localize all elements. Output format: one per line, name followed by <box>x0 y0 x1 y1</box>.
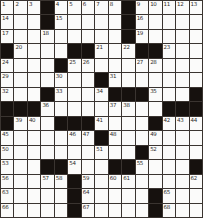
clue-number-25: 25 <box>69 59 75 65</box>
cell-r13c1[interactable]: 56 <box>1 175 13 188</box>
cell-r13c14[interactable] <box>176 175 188 188</box>
cell-r13c12[interactable] <box>149 175 161 188</box>
cell-r14c3[interactable] <box>28 189 40 202</box>
cell-r10c4[interactable] <box>41 131 53 144</box>
cell-r10c7[interactable]: 47 <box>82 131 94 144</box>
clue-number-38: 38 <box>123 102 129 108</box>
cell-r1c14[interactable]: 12 <box>176 1 188 14</box>
cell-r1c2[interactable]: 2 <box>14 1 26 14</box>
clue-number-9: 9 <box>137 1 140 7</box>
cell-r2c12[interactable] <box>149 15 161 28</box>
cell-r12c14[interactable] <box>176 160 188 173</box>
clue-number-11: 11 <box>164 1 170 7</box>
cell-r14c8[interactable] <box>95 189 107 202</box>
cell-r3c5[interactable] <box>55 30 67 43</box>
cell-r3c11[interactable]: 19 <box>136 30 148 43</box>
cell-r8c9[interactable]: 37 <box>109 102 121 115</box>
black-cell-r8c3 <box>28 102 40 115</box>
cell-r9c13[interactable]: 42 <box>163 117 175 130</box>
black-cell-r8c14 <box>176 102 188 115</box>
cell-r9c14[interactable]: 43 <box>176 117 188 130</box>
black-cell-r6c8 <box>95 73 107 86</box>
clue-number-56: 56 <box>2 175 8 181</box>
cell-r10c1[interactable]: 45 <box>1 131 13 144</box>
black-cell-r5c5 <box>55 59 67 72</box>
cell-r5c8[interactable] <box>95 59 107 72</box>
cell-r3c3[interactable] <box>28 30 40 43</box>
black-cell-r12c4 <box>41 160 53 173</box>
cell-r3c7[interactable] <box>82 30 94 43</box>
cell-r13c2[interactable] <box>14 175 26 188</box>
cell-r15c4[interactable] <box>41 204 53 217</box>
cell-r7c6[interactable] <box>68 88 80 101</box>
cell-r9c4[interactable] <box>41 117 53 130</box>
cell-r5c12[interactable]: 28 <box>149 59 161 72</box>
clue-number-41: 41 <box>96 117 102 123</box>
cell-r10c14[interactable] <box>176 131 188 144</box>
clue-number-59: 59 <box>83 175 89 181</box>
black-cell-r7c15 <box>190 88 202 101</box>
cell-r13c7[interactable]: 59 <box>82 175 94 188</box>
clue-number-57: 57 <box>42 175 48 181</box>
cell-r10c11[interactable] <box>136 131 148 144</box>
cell-r12c11[interactable]: 55 <box>136 160 148 173</box>
cell-r11c2[interactable] <box>14 146 26 159</box>
cell-r15c10[interactable] <box>122 204 134 217</box>
crossword-grid: 1234567891011121314151617181920212223242… <box>0 0 203 218</box>
clue-number-42: 42 <box>164 117 170 123</box>
cell-r6c10[interactable] <box>122 73 134 86</box>
clue-number-2: 2 <box>15 1 18 7</box>
cell-r6c9[interactable]: 31 <box>109 73 121 86</box>
clue-number-44: 44 <box>191 117 197 123</box>
black-cell-r8c1 <box>1 102 13 115</box>
cell-r6c7[interactable] <box>82 73 94 86</box>
cell-r2c13[interactable] <box>163 15 175 28</box>
cell-r6c2[interactable] <box>14 73 26 86</box>
cell-r10c13[interactable] <box>163 131 175 144</box>
cell-r11c4[interactable] <box>41 146 53 159</box>
cell-r15c3[interactable] <box>28 204 40 217</box>
clue-number-40: 40 <box>29 117 35 123</box>
clue-number-19: 19 <box>137 30 143 36</box>
cell-r7c14[interactable] <box>176 88 188 101</box>
cell-r8c11[interactable] <box>136 102 148 115</box>
cell-r8c10[interactable]: 38 <box>122 102 134 115</box>
cell-r7c1[interactable]: 32 <box>1 88 13 101</box>
black-cell-r9c1 <box>1 117 13 130</box>
cell-r9c11[interactable] <box>136 117 148 130</box>
black-cell-r15c6 <box>68 204 80 217</box>
cell-r8c8[interactable] <box>95 102 107 115</box>
clue-number-5: 5 <box>69 1 72 7</box>
clue-number-54: 54 <box>69 160 75 166</box>
black-cell-r1c10 <box>122 1 134 14</box>
black-cell-r9c7 <box>82 117 94 130</box>
cell-r15c1[interactable]: 66 <box>1 204 13 217</box>
black-cell-r2c10 <box>122 15 134 28</box>
cell-r14c15[interactable] <box>190 189 202 202</box>
cell-r13c10[interactable]: 61 <box>122 175 134 188</box>
clue-number-26: 26 <box>83 59 89 65</box>
black-cell-r14c6 <box>68 189 80 202</box>
black-cell-r4c11 <box>136 44 148 57</box>
cell-r5c15[interactable] <box>190 59 202 72</box>
clue-number-32: 32 <box>2 88 8 94</box>
cell-r14c9[interactable] <box>109 189 121 202</box>
black-cell-r2c4 <box>41 15 53 28</box>
cell-r5c9[interactable] <box>109 59 121 72</box>
cell-r9c3[interactable]: 40 <box>28 117 40 130</box>
cell-r6c6[interactable] <box>68 73 80 86</box>
cell-r5c3[interactable] <box>28 59 40 72</box>
cell-r2c2[interactable] <box>14 15 26 28</box>
cell-r7c5[interactable]: 33 <box>55 88 67 101</box>
cell-r3c4[interactable]: 18 <box>41 30 53 43</box>
cell-r12c2[interactable] <box>14 160 26 173</box>
black-cell-r7c11 <box>136 88 148 101</box>
clue-number-51: 51 <box>96 146 102 152</box>
cell-r15c9[interactable] <box>109 204 121 217</box>
clue-number-67: 67 <box>83 204 89 210</box>
clue-number-29: 29 <box>2 73 8 79</box>
cell-r1c8[interactable]: 7 <box>95 1 107 14</box>
clue-number-68: 68 <box>164 204 170 210</box>
cell-r5c6[interactable]: 25 <box>68 59 80 72</box>
cell-r2c7[interactable] <box>82 15 94 28</box>
cell-r4c2[interactable]: 20 <box>14 44 26 57</box>
cell-r9c2[interactable]: 39 <box>14 117 26 130</box>
clue-number-36: 36 <box>42 102 48 108</box>
cell-r4c9[interactable] <box>109 44 121 57</box>
cell-r7c3[interactable] <box>28 88 40 101</box>
cell-r3c6[interactable] <box>68 30 80 43</box>
cell-r13c8[interactable] <box>95 175 107 188</box>
cell-r15c11[interactable] <box>136 204 148 217</box>
cell-r11c6[interactable] <box>68 146 80 159</box>
cell-r3c15[interactable] <box>190 30 202 43</box>
cell-r8c4[interactable]: 36 <box>41 102 53 115</box>
cell-r2c6[interactable] <box>68 15 80 28</box>
cell-r5c4[interactable] <box>41 59 53 72</box>
cell-r6c4[interactable] <box>41 73 53 86</box>
crossword-puzzle: 1234567891011121314151617181920212223242… <box>0 0 203 218</box>
black-cell-r7c9 <box>109 88 121 101</box>
cell-r13c13[interactable] <box>163 175 175 188</box>
clue-number-37: 37 <box>110 102 116 108</box>
clue-number-48: 48 <box>110 131 116 137</box>
cell-r4c4[interactable] <box>41 44 53 57</box>
cell-r4c3[interactable] <box>28 44 40 57</box>
clue-number-21: 21 <box>96 44 102 50</box>
cell-r2c15[interactable] <box>190 15 202 28</box>
cell-r15c8[interactable] <box>95 204 107 217</box>
cell-r5c1[interactable]: 24 <box>1 59 13 72</box>
clue-number-10: 10 <box>150 1 156 7</box>
cell-r2c3[interactable] <box>28 15 40 28</box>
cell-r9c9[interactable] <box>109 117 121 130</box>
black-cell-r8c15 <box>190 102 202 115</box>
cell-r12c13[interactable] <box>163 160 175 173</box>
clue-number-14: 14 <box>2 15 8 21</box>
black-cell-r4c7 <box>82 44 94 57</box>
clue-number-45: 45 <box>2 131 8 137</box>
black-cell-r9c5 <box>55 117 67 130</box>
cell-r3c2[interactable] <box>14 30 26 43</box>
cell-r2c9[interactable] <box>109 15 121 28</box>
black-cell-r3c10 <box>122 30 134 43</box>
cell-r8c6[interactable] <box>68 102 80 115</box>
cell-r13c4[interactable]: 57 <box>41 175 53 188</box>
cell-r13c3[interactable] <box>28 175 40 188</box>
black-cell-r9c6 <box>68 117 80 130</box>
cell-r5c10[interactable] <box>122 59 134 72</box>
cell-r10c3[interactable] <box>28 131 40 144</box>
black-cell-r10c8 <box>95 131 107 144</box>
cell-r1c12[interactable]: 10 <box>149 1 161 14</box>
cell-r8c12[interactable] <box>149 102 161 115</box>
clue-number-49: 49 <box>150 131 156 137</box>
cell-r5c14[interactable] <box>176 59 188 72</box>
black-cell-r12c9 <box>109 160 121 173</box>
clue-number-22: 22 <box>123 44 129 50</box>
clue-number-53: 53 <box>2 160 8 166</box>
clue-number-18: 18 <box>42 30 48 36</box>
cell-r12c1[interactable]: 53 <box>1 160 13 173</box>
cell-r14c1[interactable]: 63 <box>1 189 13 202</box>
clue-number-30: 30 <box>56 73 62 79</box>
cell-r2c11[interactable]: 16 <box>136 15 148 28</box>
cell-r13c15[interactable]: 62 <box>190 175 202 188</box>
cell-r2c1[interactable]: 14 <box>1 15 13 28</box>
cell-r5c13[interactable] <box>163 59 175 72</box>
cell-r7c8[interactable]: 34 <box>95 88 107 101</box>
cell-r14c2[interactable] <box>14 189 26 202</box>
black-cell-r8c2 <box>14 102 26 115</box>
cell-r6c13[interactable] <box>163 73 175 86</box>
cell-r12c3[interactable] <box>28 160 40 173</box>
cell-r9c8[interactable]: 41 <box>95 117 107 130</box>
cell-r13c11[interactable] <box>136 175 148 188</box>
black-cell-r8c13 <box>163 102 175 115</box>
cell-r14c10[interactable] <box>122 189 134 202</box>
cell-r4c10[interactable]: 22 <box>122 44 134 57</box>
clue-number-3: 3 <box>29 1 32 7</box>
cell-r4c8[interactable]: 21 <box>95 44 107 57</box>
clue-number-34: 34 <box>96 88 102 94</box>
clue-number-8: 8 <box>110 1 113 7</box>
clue-number-27: 27 <box>137 59 143 65</box>
cell-r5c2[interactable] <box>14 59 26 72</box>
cell-r11c7[interactable] <box>82 146 94 159</box>
cell-r3c14[interactable] <box>176 30 188 43</box>
black-cell-r4c12 <box>149 44 161 57</box>
cell-r5c7[interactable]: 26 <box>82 59 94 72</box>
cell-r4c5[interactable] <box>55 44 67 57</box>
cell-r6c14[interactable] <box>176 73 188 86</box>
cell-r7c12[interactable]: 35 <box>149 88 161 101</box>
cell-r4c14[interactable] <box>176 44 188 57</box>
cell-r8c5[interactable] <box>55 102 67 115</box>
black-cell-r7c4 <box>41 88 53 101</box>
cell-r1c1[interactable]: 1 <box>1 1 13 14</box>
cell-r6c11[interactable] <box>136 73 148 86</box>
clue-number-66: 66 <box>2 204 8 210</box>
cell-r11c10[interactable] <box>122 146 134 159</box>
cell-r9c15[interactable]: 44 <box>190 117 202 130</box>
clue-number-58: 58 <box>56 175 62 181</box>
black-cell-r9c12 <box>149 117 161 130</box>
cell-r14c7[interactable]: 64 <box>82 189 94 202</box>
black-cell-r13c6 <box>68 175 80 188</box>
cell-r11c3[interactable] <box>28 146 40 159</box>
cell-r10c5[interactable] <box>55 131 67 144</box>
cell-r1c9[interactable]: 8 <box>109 1 121 14</box>
cell-r15c14[interactable] <box>176 204 188 217</box>
cell-r1c7[interactable]: 6 <box>82 1 94 14</box>
clue-number-12: 12 <box>177 1 183 7</box>
black-cell-r4c1 <box>1 44 13 57</box>
cell-r2c5[interactable]: 15 <box>55 15 67 28</box>
cell-r14c14[interactable] <box>176 189 188 202</box>
cell-r6c3[interactable] <box>28 73 40 86</box>
black-cell-r15c12 <box>149 204 161 217</box>
cell-r11c12[interactable]: 52 <box>149 146 161 159</box>
cell-r9c10[interactable] <box>122 117 134 130</box>
cell-r6c15[interactable] <box>190 73 202 86</box>
clue-number-62: 62 <box>191 175 197 181</box>
cell-r11c1[interactable]: 50 <box>1 146 13 159</box>
clue-number-33: 33 <box>56 88 62 94</box>
cell-r10c12[interactable]: 49 <box>149 131 161 144</box>
clue-number-35: 35 <box>150 88 156 94</box>
black-cell-r14c12 <box>149 189 161 202</box>
cell-r3c8[interactable] <box>95 30 107 43</box>
clue-number-52: 52 <box>150 146 156 152</box>
clue-number-4: 4 <box>56 1 59 7</box>
cell-r12c7[interactable] <box>82 160 94 173</box>
clue-number-65: 65 <box>164 189 170 195</box>
clue-number-31: 31 <box>110 73 116 79</box>
cell-r10c15[interactable] <box>190 131 202 144</box>
clue-number-6: 6 <box>83 1 86 7</box>
cell-r3c1[interactable]: 17 <box>1 30 13 43</box>
cell-r1c3[interactable]: 3 <box>28 1 40 14</box>
cell-r12c12[interactable] <box>149 160 161 173</box>
cell-r15c2[interactable] <box>14 204 26 217</box>
cell-r11c5[interactable] <box>55 146 67 159</box>
cell-r14c4[interactable] <box>41 189 53 202</box>
cell-r14c13[interactable]: 65 <box>163 189 175 202</box>
clue-number-55: 55 <box>137 160 143 166</box>
clue-number-17: 17 <box>2 30 8 36</box>
cell-r14c5[interactable] <box>55 189 67 202</box>
cell-r6c12[interactable] <box>149 73 161 86</box>
cell-r10c2[interactable] <box>14 131 26 144</box>
cell-r7c7[interactable] <box>82 88 94 101</box>
cell-r12c8[interactable] <box>95 160 107 173</box>
cell-r3c12[interactable] <box>149 30 161 43</box>
cell-r11c9[interactable] <box>109 146 121 159</box>
cell-r1c13[interactable]: 11 <box>163 1 175 14</box>
cell-r11c15[interactable] <box>190 146 202 159</box>
cell-r1c15[interactable]: 13 <box>190 1 202 14</box>
cell-r15c7[interactable]: 67 <box>82 204 94 217</box>
cell-r15c13[interactable]: 68 <box>163 204 175 217</box>
cell-r15c5[interactable] <box>55 204 67 217</box>
clue-number-13: 13 <box>191 1 197 7</box>
black-cell-r1c4 <box>41 1 53 14</box>
clue-number-50: 50 <box>2 146 8 152</box>
clue-number-43: 43 <box>177 117 183 123</box>
clue-number-15: 15 <box>56 15 62 21</box>
cell-r2c14[interactable] <box>176 15 188 28</box>
clue-number-28: 28 <box>150 59 156 65</box>
cell-r6c1[interactable]: 29 <box>1 73 13 86</box>
clue-number-39: 39 <box>15 117 21 123</box>
cell-r2c8[interactable] <box>95 15 107 28</box>
black-cell-r4c6 <box>68 44 80 57</box>
cell-r12c6[interactable]: 54 <box>68 160 80 173</box>
clue-number-64: 64 <box>83 189 89 195</box>
cell-r3c13[interactable] <box>163 30 175 43</box>
clue-number-7: 7 <box>96 1 99 7</box>
clue-number-60: 60 <box>110 175 116 181</box>
cell-r11c8[interactable]: 51 <box>95 146 107 159</box>
clue-number-1: 1 <box>2 1 5 7</box>
clue-number-61: 61 <box>123 175 129 181</box>
clue-number-23: 23 <box>164 44 170 50</box>
clue-number-46: 46 <box>69 131 75 137</box>
black-cell-r11c11 <box>136 146 148 159</box>
cell-r14c11[interactable] <box>136 189 148 202</box>
cell-r11c13[interactable] <box>163 146 175 159</box>
cell-r4c15[interactable] <box>190 44 202 57</box>
clue-number-63: 63 <box>2 189 8 195</box>
cell-r13c9[interactable]: 60 <box>109 175 121 188</box>
cell-r1c5[interactable]: 4 <box>55 1 67 14</box>
cell-r10c9[interactable]: 48 <box>109 131 121 144</box>
clue-number-16: 16 <box>137 15 143 21</box>
black-cell-r12c5 <box>55 160 67 173</box>
black-cell-r12c10 <box>122 160 134 173</box>
cell-r6c5[interactable]: 30 <box>55 73 67 86</box>
cell-r11c14[interactable] <box>176 146 188 159</box>
cell-r5c11[interactable]: 27 <box>136 59 148 72</box>
clue-number-24: 24 <box>2 59 8 65</box>
black-cell-r12c15 <box>190 160 202 173</box>
cell-r4c13[interactable]: 23 <box>163 44 175 57</box>
cell-r10c6[interactable]: 46 <box>68 131 80 144</box>
black-cell-r7c10 <box>122 88 134 101</box>
cell-r8c7[interactable] <box>82 102 94 115</box>
cell-r10c10[interactable] <box>122 131 134 144</box>
cell-r15c15[interactable] <box>190 204 202 217</box>
cell-r3c9[interactable] <box>109 30 121 43</box>
cell-r13c5[interactable]: 58 <box>55 175 67 188</box>
cell-r1c6[interactable]: 5 <box>68 1 80 14</box>
cell-r1c11[interactable]: 9 <box>136 1 148 14</box>
clue-number-47: 47 <box>83 131 89 137</box>
cell-r7c13[interactable] <box>163 88 175 101</box>
cell-r7c2[interactable] <box>14 88 26 101</box>
clue-number-20: 20 <box>15 44 21 50</box>
